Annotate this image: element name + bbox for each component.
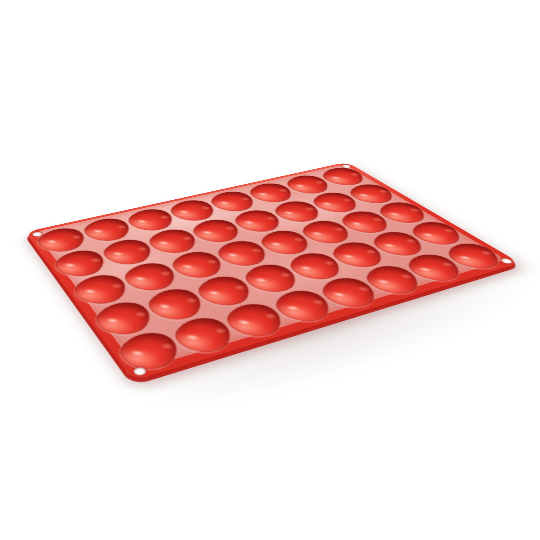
photo-canvas [0,0,540,540]
corner-hole [498,257,512,264]
